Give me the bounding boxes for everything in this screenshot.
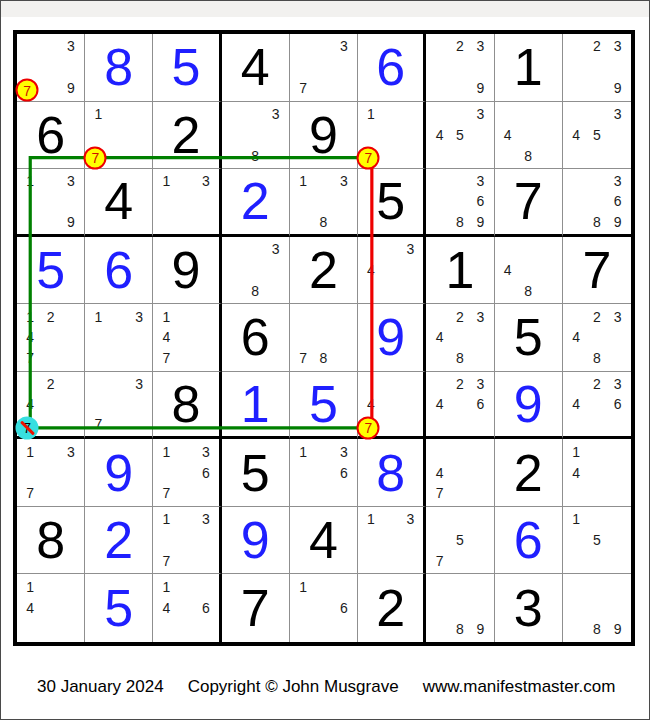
candidate-1: 1 — [566, 509, 587, 530]
chain-candidate-circle-r2c6: 7 — [357, 146, 380, 169]
candidate-8: 8 — [245, 280, 265, 301]
candidates: 136 — [290, 439, 357, 506]
cell-r6c3[interactable]: 8 — [153, 372, 221, 440]
cell-r1c4[interactable]: 4 — [222, 34, 290, 102]
cell-r8c5[interactable]: 4 — [290, 507, 358, 575]
solved-digit: 5 — [36, 244, 65, 296]
solved-digit: 6 — [514, 514, 543, 566]
candidate-2: 2 — [450, 306, 470, 327]
candidates: 89 — [563, 574, 631, 642]
cell-r1c7[interactable]: 239 — [426, 34, 494, 102]
candidate-7: 7 — [293, 78, 313, 99]
candidate-8: 8 — [587, 619, 608, 640]
candidate-1: 1 — [156, 441, 176, 462]
candidate-5: 5 — [450, 530, 470, 551]
candidate-3: 3 — [470, 36, 490, 57]
cell-r4c3[interactable]: 9 — [153, 237, 221, 305]
given-digit: 5 — [376, 175, 405, 227]
cell-r3c4[interactable]: 2 — [222, 169, 290, 237]
candidate-9: 9 — [61, 78, 81, 99]
solved-digit: 6 — [376, 41, 405, 93]
cell-r9c3[interactable]: 146 — [153, 574, 221, 642]
candidate-3: 3 — [61, 36, 81, 57]
solved-digit: 9 — [104, 447, 133, 499]
candidates: 14 — [17, 574, 84, 642]
given-digit: 3 — [514, 582, 543, 634]
candidate-7: 7 — [429, 483, 449, 504]
cell-r4c4[interactable]: 38 — [222, 237, 290, 305]
candidate-1: 1 — [88, 104, 108, 125]
candidate-4: 4 — [361, 260, 381, 281]
cell-r4c5[interactable]: 2 — [290, 237, 358, 305]
candidate-8: 8 — [518, 280, 538, 301]
candidate-3: 3 — [401, 509, 421, 530]
given-digit: 7 — [582, 244, 611, 296]
candidate-8: 8 — [245, 145, 265, 166]
candidates: 15 — [563, 507, 631, 574]
cell-r2c7[interactable]: 345 — [426, 102, 494, 170]
cell-r5c7[interactable]: 2348 — [426, 304, 494, 372]
cell-r5c9[interactable]: 2348 — [563, 304, 631, 372]
candidate-4: 4 — [566, 462, 587, 483]
candidate-3: 3 — [129, 306, 149, 327]
footer-caption: 30 January 2024 Copyright © John Musgrav… — [37, 677, 615, 697]
candidates: 345 — [563, 102, 631, 169]
candidate-3: 3 — [607, 104, 628, 125]
chain-candidate-circle-r2c2: 7 — [84, 146, 107, 169]
solved-digit: 8 — [376, 447, 405, 499]
candidate-1: 1 — [156, 171, 176, 191]
candidate-7: 7 — [20, 348, 40, 369]
top-band — [1, 1, 649, 17]
cell-r3c6[interactable]: 5 — [358, 169, 426, 237]
candidates: 137 — [153, 507, 218, 574]
candidate-5: 5 — [587, 530, 608, 551]
cell-r3c5[interactable]: 138 — [290, 169, 358, 237]
candidate-7: 7 — [156, 551, 176, 572]
candidates: 47 — [426, 439, 493, 506]
cell-r8c6[interactable]: 13 — [358, 507, 426, 575]
cell-r8c2[interactable]: 2 — [85, 507, 153, 575]
candidate-9: 9 — [470, 619, 490, 640]
candidate-2: 2 — [587, 36, 608, 57]
solved-digit: 2 — [241, 175, 270, 227]
candidates: 89 — [426, 574, 493, 642]
candidates: 147 — [153, 304, 218, 371]
candidate-3: 3 — [61, 441, 81, 462]
candidates: 3689 — [426, 169, 493, 234]
cell-r9c7[interactable]: 89 — [426, 574, 494, 642]
cell-r9c9[interactable]: 89 — [563, 574, 631, 642]
cell-r7c8[interactable]: 2 — [495, 439, 563, 507]
candidate-2: 2 — [450, 374, 470, 394]
candidates: 3689 — [563, 169, 631, 234]
candidate-3: 3 — [470, 104, 490, 125]
candidate-4: 4 — [566, 124, 587, 145]
candidate-5: 5 — [587, 124, 608, 145]
solved-digit: 2 — [104, 514, 133, 566]
cell-r6c7[interactable]: 2346 — [426, 372, 494, 440]
candidate-1: 1 — [293, 576, 313, 597]
cell-r2c9[interactable]: 345 — [563, 102, 631, 170]
cell-r5c8[interactable]: 5 — [495, 304, 563, 372]
candidate-6: 6 — [470, 191, 490, 211]
candidates: 57 — [426, 507, 493, 574]
cell-r2c4[interactable]: 38 — [222, 102, 290, 170]
cell-r6c2[interactable]: 37 — [85, 372, 153, 440]
cell-r2c1[interactable]: 6 — [17, 102, 85, 170]
given-digit: 8 — [36, 514, 65, 566]
candidate-3: 3 — [196, 171, 216, 191]
cell-r9c6[interactable]: 2 — [358, 574, 426, 642]
candidate-4: 4 — [156, 598, 176, 619]
candidate-9: 9 — [607, 78, 628, 99]
cell-r5c2[interactable]: 13 — [85, 304, 153, 372]
candidate-4: 4 — [498, 260, 518, 281]
cell-r6c9[interactable]: 2346 — [563, 372, 631, 440]
cell-r7c4[interactable]: 5 — [222, 439, 290, 507]
cell-r1c6[interactable]: 6 — [358, 34, 426, 102]
candidate-7: 7 — [156, 483, 176, 504]
cell-r1c8[interactable]: 1 — [495, 34, 563, 102]
candidates: 137 — [17, 439, 84, 506]
cell-r9c4[interactable]: 7 — [222, 574, 290, 642]
candidate-3: 3 — [470, 306, 490, 327]
candidates: 78 — [290, 304, 357, 371]
candidate-3: 3 — [265, 239, 285, 260]
candidates: 13 — [153, 169, 218, 234]
candidate-3: 3 — [470, 171, 490, 191]
cell-r7c1[interactable]: 137 — [17, 439, 85, 507]
given-digit: 8 — [172, 378, 201, 430]
cell-r9c2[interactable]: 5 — [85, 574, 153, 642]
solved-digit: 8 — [104, 41, 133, 93]
candidate-3: 3 — [196, 509, 216, 530]
candidate-8: 8 — [313, 348, 333, 369]
given-digit: 5 — [241, 447, 270, 499]
candidate-9: 9 — [470, 211, 490, 231]
candidate-8: 8 — [450, 619, 470, 640]
candidate-1: 1 — [361, 104, 381, 125]
candidates: 38 — [222, 237, 289, 304]
candidates: 146 — [153, 574, 218, 642]
given-digit: 4 — [104, 175, 133, 227]
cell-r8c8[interactable]: 6 — [495, 507, 563, 575]
candidate-6: 6 — [607, 191, 628, 211]
candidates: 13 — [85, 304, 152, 371]
given-digit: 1 — [445, 244, 474, 296]
candidate-6: 6 — [470, 394, 490, 414]
cell-r7c2[interactable]: 9 — [85, 439, 153, 507]
cell-r3c7[interactable]: 3689 — [426, 169, 494, 237]
candidate-6: 6 — [196, 462, 216, 483]
candidate-5: 5 — [450, 124, 470, 145]
cell-r1c9[interactable]: 239 — [563, 34, 631, 102]
candidate-8: 8 — [450, 348, 470, 369]
cell-r2c8[interactable]: 48 — [495, 102, 563, 170]
cell-r9c8[interactable]: 3 — [495, 574, 563, 642]
candidate-7: 7 — [293, 348, 313, 369]
candidate-3: 3 — [470, 374, 490, 394]
given-digit: 6 — [36, 109, 65, 161]
candidate-1: 1 — [88, 306, 108, 327]
cell-r4c2[interactable]: 6 — [85, 237, 153, 305]
candidate-8: 8 — [450, 211, 470, 231]
candidate-8: 8 — [518, 145, 538, 166]
candidate-4: 4 — [20, 598, 40, 619]
candidates: 16 — [290, 574, 357, 642]
cell-r4c9[interactable]: 7 — [563, 237, 631, 305]
candidate-1: 1 — [156, 509, 176, 530]
solved-digit: 1 — [241, 378, 270, 430]
candidate-3: 3 — [129, 374, 149, 394]
candidate-8: 8 — [313, 211, 333, 231]
elimination-slash — [20, 420, 35, 435]
cell-r6c4[interactable]: 1 — [222, 372, 290, 440]
cell-r5c3[interactable]: 147 — [153, 304, 221, 372]
candidate-1: 1 — [156, 576, 176, 597]
candidates: 138 — [290, 169, 357, 234]
candidate-3: 3 — [265, 104, 285, 125]
candidate-3: 3 — [607, 36, 628, 57]
sudoku-diagram-page: 3798543762391239617238917345483451394132… — [0, 0, 650, 720]
candidate-3: 3 — [334, 441, 354, 462]
candidate-2: 2 — [40, 306, 60, 327]
candidate-4: 4 — [429, 394, 449, 414]
candidate-1: 1 — [156, 306, 176, 327]
cell-r6c8[interactable]: 9 — [495, 372, 563, 440]
candidate-1: 1 — [361, 509, 381, 530]
footer-copyright: Copyright © John Musgrave — [188, 677, 399, 697]
candidate-3: 3 — [401, 239, 421, 260]
sudoku-board: 3798543762391239617238917345483451394132… — [13, 30, 635, 646]
candidate-1: 1 — [293, 441, 313, 462]
cell-r7c5[interactable]: 136 — [290, 439, 358, 507]
candidates: 37 — [290, 34, 357, 101]
candidates: 14 — [563, 439, 631, 506]
candidate-4: 4 — [429, 124, 449, 145]
candidate-6: 6 — [607, 394, 628, 414]
candidate-4: 4 — [156, 327, 176, 348]
candidates: 2346 — [426, 372, 493, 437]
cell-r3c1[interactable]: 139 — [17, 169, 85, 237]
candidates: 2348 — [563, 304, 631, 371]
cell-r8c3[interactable]: 137 — [153, 507, 221, 575]
candidate-4: 4 — [498, 124, 518, 145]
footer-date: 30 January 2024 — [37, 677, 164, 697]
given-digit: 7 — [241, 582, 270, 634]
candidate-7: 7 — [88, 414, 108, 434]
solved-digit: 6 — [104, 244, 133, 296]
solved-digit: 9 — [514, 378, 543, 430]
candidate-6: 6 — [334, 598, 354, 619]
given-digit: 9 — [309, 109, 338, 161]
candidate-7: 7 — [156, 348, 176, 369]
candidate-6: 6 — [196, 598, 216, 619]
cell-r3c9[interactable]: 3689 — [563, 169, 631, 237]
cell-r8c7[interactable]: 57 — [426, 507, 494, 575]
candidates: 239 — [563, 34, 631, 101]
candidates: 13 — [358, 507, 423, 574]
cell-r7c6[interactable]: 8 — [358, 439, 426, 507]
solved-digit: 9 — [376, 311, 405, 363]
chain-candidate-circle-r6c6: 7 — [357, 416, 380, 439]
eliminated-candidate-circle-r6c1: 7 — [16, 416, 39, 439]
cell-r7c7[interactable]: 47 — [426, 439, 494, 507]
given-digit: 2 — [376, 582, 405, 634]
candidates: 139 — [17, 169, 84, 234]
candidate-2: 2 — [40, 374, 60, 394]
cell-r4c8[interactable]: 48 — [495, 237, 563, 305]
candidate-4: 4 — [361, 394, 381, 414]
cell-r1c2[interactable]: 8 — [85, 34, 153, 102]
candidates: 2348 — [426, 304, 493, 371]
candidates: 37 — [85, 372, 152, 437]
candidate-4: 4 — [20, 394, 40, 414]
candidate-3: 3 — [61, 171, 81, 191]
candidate-2: 2 — [450, 36, 470, 57]
candidates: 2346 — [563, 372, 631, 437]
candidate-4: 4 — [20, 327, 40, 348]
cell-r4c1[interactable]: 5 — [17, 237, 85, 305]
cell-r3c3[interactable]: 13 — [153, 169, 221, 237]
cell-r7c9[interactable]: 14 — [563, 439, 631, 507]
candidate-3: 3 — [334, 171, 354, 191]
candidates: 48 — [495, 237, 562, 304]
cell-r9c5[interactable]: 16 — [290, 574, 358, 642]
candidate-3: 3 — [607, 171, 628, 191]
candidate-1: 1 — [566, 441, 587, 462]
cell-r5c6[interactable]: 9 — [358, 304, 426, 372]
candidate-4: 4 — [429, 327, 449, 348]
candidate-2: 2 — [587, 374, 608, 394]
candidates: 48 — [495, 102, 562, 169]
cell-r9c1[interactable]: 14 — [17, 574, 85, 642]
cell-r5c5[interactable]: 78 — [290, 304, 358, 372]
candidate-1: 1 — [293, 171, 313, 191]
given-digit: 2 — [172, 109, 201, 161]
candidate-6: 6 — [334, 462, 354, 483]
candidate-9: 9 — [61, 211, 81, 231]
candidate-3: 3 — [607, 374, 628, 394]
candidate-4: 4 — [566, 327, 587, 348]
cell-r3c8[interactable]: 7 — [495, 169, 563, 237]
given-digit: 6 — [241, 311, 270, 363]
given-digit: 4 — [309, 514, 338, 566]
candidate-4: 4 — [566, 394, 587, 414]
solved-digit: 5 — [172, 41, 201, 93]
candidates: 34 — [358, 237, 423, 304]
candidates: 1367 — [153, 439, 218, 506]
candidate-1: 1 — [20, 576, 40, 597]
candidate-1: 1 — [20, 171, 40, 191]
chain-candidate-circle-r1c1: 7 — [16, 79, 39, 102]
candidate-4: 4 — [429, 462, 449, 483]
given-digit: 5 — [514, 311, 543, 363]
candidates: 345 — [426, 102, 493, 169]
candidate-9: 9 — [607, 619, 628, 640]
candidate-9: 9 — [470, 78, 490, 99]
given-digit: 7 — [514, 175, 543, 227]
cell-r8c4[interactable]: 9 — [222, 507, 290, 575]
cell-r5c1[interactable]: 1247 — [17, 304, 85, 372]
cell-r8c1[interactable]: 8 — [17, 507, 85, 575]
cell-r4c6[interactable]: 34 — [358, 237, 426, 305]
cell-r8c9[interactable]: 15 — [563, 507, 631, 575]
candidate-2: 2 — [587, 306, 608, 327]
cell-r2c5[interactable]: 9 — [290, 102, 358, 170]
candidate-1: 1 — [20, 441, 40, 462]
candidate-7: 7 — [429, 551, 449, 572]
candidate-3: 3 — [196, 441, 216, 462]
cell-r1c3[interactable]: 5 — [153, 34, 221, 102]
candidate-8: 8 — [587, 348, 608, 369]
candidate-9: 9 — [607, 211, 628, 231]
given-digit: 2 — [309, 244, 338, 296]
given-digit: 2 — [514, 447, 543, 499]
cell-r3c2[interactable]: 4 — [85, 169, 153, 237]
footer-website: www.manifestmaster.com — [423, 677, 616, 697]
candidates: 1247 — [17, 304, 84, 371]
candidates: 38 — [222, 102, 289, 169]
given-digit: 1 — [514, 41, 543, 93]
candidate-3: 3 — [334, 36, 354, 57]
candidates: 239 — [426, 34, 493, 101]
candidate-1: 1 — [20, 306, 40, 327]
cell-r4c7[interactable]: 1 — [426, 237, 494, 305]
candidate-7: 7 — [20, 483, 40, 504]
candidate-8: 8 — [587, 211, 608, 231]
candidate-3: 3 — [607, 306, 628, 327]
given-digit: 4 — [241, 41, 270, 93]
solved-digit: 5 — [309, 378, 338, 430]
cell-r5c4[interactable]: 6 — [222, 304, 290, 372]
cell-r7c3[interactable]: 1367 — [153, 439, 221, 507]
cell-r2c3[interactable]: 2 — [153, 102, 221, 170]
solved-digit: 9 — [241, 514, 270, 566]
given-digit: 9 — [172, 244, 201, 296]
cell-r1c5[interactable]: 37 — [290, 34, 358, 102]
cell-r6c5[interactable]: 5 — [290, 372, 358, 440]
solved-digit: 5 — [104, 582, 133, 634]
